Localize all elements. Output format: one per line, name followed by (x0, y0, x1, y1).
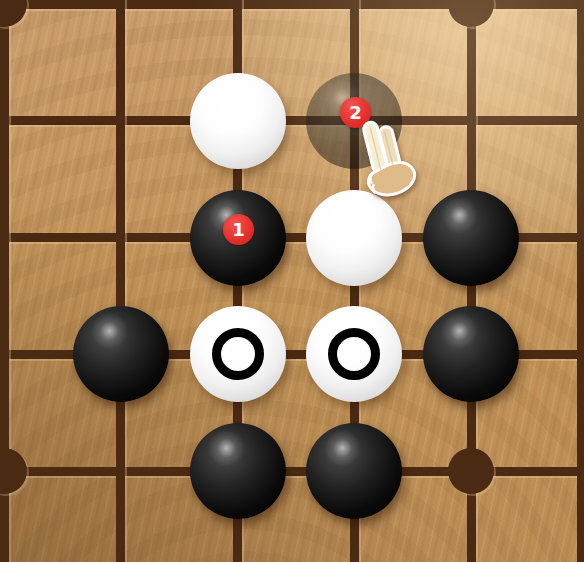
circle-marker-icon (212, 328, 264, 380)
move-badge-1: 1 (223, 214, 254, 245)
stone-black (423, 306, 519, 402)
grid-line-horizontal-1 (0, 116, 584, 125)
stone-white (190, 73, 286, 169)
tap-cursor-icon (358, 118, 420, 202)
star-point-2 (0, 448, 27, 494)
stone-black (423, 190, 519, 286)
grid-line-vertical-1 (116, 0, 125, 562)
stone-black (73, 306, 169, 402)
star-point-1 (448, 0, 494, 27)
go-board[interactable]: 21 (0, 0, 584, 562)
grid-line-vertical-5 (577, 0, 584, 562)
circle-marker-icon (328, 328, 380, 380)
stone-white (190, 306, 286, 402)
stone-black (190, 423, 286, 519)
stone-white (306, 306, 402, 402)
grid-line-horizontal-0 (0, 0, 584, 9)
stone-white (306, 190, 402, 286)
grid-line-horizontal-4 (0, 467, 584, 476)
stone-black (306, 423, 402, 519)
star-point-0 (0, 0, 27, 27)
board-lighting-overlay (0, 0, 584, 562)
star-point-3 (448, 448, 494, 494)
